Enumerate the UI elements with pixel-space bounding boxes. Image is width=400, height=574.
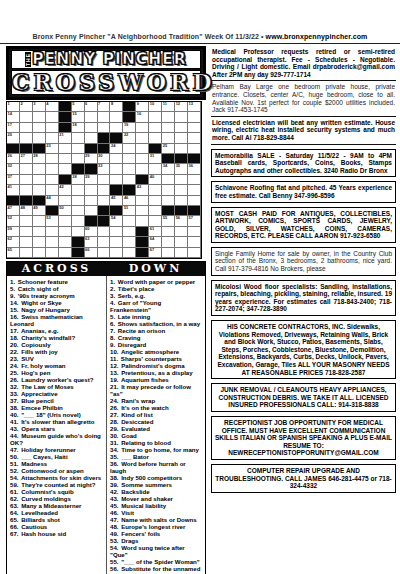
grid-cell[interactable] [175, 248, 188, 258]
grid-cell[interactable]: 22 [123, 133, 136, 143]
grid-cell[interactable]: 51 [123, 206, 136, 216]
masthead-subtitle-row: CROSSWORD [11, 70, 201, 95]
grid-cell[interactable] [175, 123, 188, 133]
grid-cell[interactable] [110, 248, 123, 258]
clue-number: 61. [10, 488, 18, 495]
grid-cell[interactable] [98, 227, 111, 237]
grid-cell[interactable]: 7 [98, 102, 111, 112]
grid-cell[interactable] [123, 248, 136, 258]
grid-cell[interactable] [33, 175, 46, 185]
cell-number: 2 [20, 102, 22, 106]
grid-cell[interactable] [162, 112, 175, 122]
grid-cell[interactable]: 29 [85, 154, 98, 164]
across-clue: 64. Levelheaded [10, 509, 104, 516]
down-clue: 19. Aquarium fishes [110, 376, 203, 383]
grid-cell[interactable] [175, 227, 188, 237]
across-clue: 50. ___ Cayes, Haiti [10, 453, 104, 460]
clue-number: 32. [10, 383, 18, 390]
clue-number: 37. [10, 397, 18, 404]
classified-ad: COMPUTER REPAIR UPGRADE AND TROUBLESHOOT… [211, 464, 396, 493]
classified-ads-column: Medical Professor requests retired or se… [211, 46, 396, 493]
down-clue: 10. Angelic atmosphere [110, 348, 203, 355]
grid-cell[interactable] [46, 175, 59, 185]
crossword-grid: 1234567891011121314151617181920212223242… [6, 101, 202, 259]
grid-cell[interactable] [98, 175, 111, 185]
grid-cell[interactable] [162, 123, 175, 133]
clue-number: 27. [110, 411, 118, 418]
grid-cell[interactable]: 13 [188, 102, 201, 112]
grid-cell[interactable] [20, 248, 33, 258]
clue-number: 26. [110, 404, 118, 411]
grid-cell[interactable] [110, 154, 123, 164]
across-clue: 32. The Law of Moses [10, 383, 104, 390]
cell-number: 9 [137, 102, 139, 106]
grid-cell[interactable] [33, 123, 46, 133]
grid-cell[interactable] [20, 133, 33, 143]
grid-cell[interactable] [33, 248, 46, 258]
clue-number: 63. [10, 502, 18, 509]
grid-cell[interactable] [46, 227, 59, 237]
grid-cell[interactable] [123, 175, 136, 185]
grid-cell[interactable] [149, 112, 162, 122]
grid-cell[interactable] [72, 144, 85, 154]
grid-cell[interactable] [149, 196, 162, 206]
clue-number: 18. [10, 334, 18, 341]
grid-cell[interactable]: 33 [98, 164, 111, 174]
grid-cell[interactable] [123, 216, 136, 226]
grid-cell[interactable] [59, 227, 72, 237]
masthead-the-label: THE [25, 52, 31, 67]
grid-cell[interactable]: 8 [110, 102, 123, 112]
cell-number: 53 [46, 216, 50, 220]
clue-number: 28. [110, 418, 118, 425]
grid-cell-black [72, 237, 85, 247]
grid-cell[interactable] [175, 237, 188, 247]
down-clue: 1. Word with paper or pepper [110, 278, 203, 285]
grid-cell[interactable] [59, 237, 72, 247]
grid-cell[interactable]: 28 [33, 154, 46, 164]
clue-number: 42. [110, 488, 118, 495]
cell-number: 1 [8, 102, 10, 106]
grid-cell[interactable] [136, 164, 149, 174]
grid-cell[interactable] [20, 175, 33, 185]
grid-cell[interactable] [162, 227, 175, 237]
grid-cell[interactable]: 6 [85, 102, 98, 112]
clue-number: 10. [110, 348, 118, 355]
grid-cell[interactable] [33, 216, 46, 226]
down-clue: 2. Tibet's place [110, 285, 203, 292]
cell-number: 59 [8, 227, 12, 231]
clue-number: 49. [110, 530, 118, 537]
masthead-subtitle: CROSSWORD [12, 69, 215, 95]
grid-cell[interactable]: 10 [149, 102, 162, 112]
clue-number: 39. [110, 481, 118, 488]
grid-cell[interactable] [20, 227, 33, 237]
grid-cell-black [98, 216, 111, 226]
grid-cell[interactable] [20, 112, 33, 122]
down-clue: 13. Pretentious, as a display [110, 369, 203, 376]
grid-cell[interactable]: 2 [20, 102, 33, 112]
grid-cell[interactable]: 43 [136, 185, 149, 195]
grid-cell[interactable] [136, 123, 149, 133]
cell-number: 6 [85, 102, 87, 106]
masthead-title: PENNY PINCHER [32, 51, 186, 68]
across-clue: 20. Copiously [10, 341, 104, 348]
grid-cell[interactable] [98, 237, 111, 247]
grid-cell[interactable]: 48 [20, 206, 33, 216]
clue-number: 1. [110, 278, 115, 285]
grid-cell[interactable]: 40 [149, 175, 162, 185]
grid-cell[interactable] [136, 154, 149, 164]
grid-cell[interactable] [46, 154, 59, 164]
grid-cell[interactable] [59, 164, 72, 174]
clue-number: 12. [110, 362, 118, 369]
grid-cell[interactable] [110, 123, 123, 133]
cell-number: 39 [85, 175, 89, 179]
clue-number: 29. [110, 425, 118, 432]
grid-cell[interactable]: 34 [162, 164, 175, 174]
grid-cell[interactable] [46, 248, 59, 258]
clue-number: 50. [10, 453, 18, 460]
grid-cell[interactable] [110, 237, 123, 247]
grid-cell[interactable]: 66 [85, 248, 98, 258]
grid-cell[interactable] [98, 185, 111, 195]
clue-number: 11. [110, 355, 118, 362]
grid-cell[interactable] [110, 112, 123, 122]
grid-cell-black [136, 237, 149, 247]
grid-cell[interactable] [136, 206, 149, 216]
grid-cell[interactable] [85, 112, 98, 122]
grid-cell[interactable]: 44 [46, 196, 59, 206]
down-clue: 48. Europe's longest river [110, 523, 203, 530]
grid-cell[interactable] [33, 185, 46, 195]
cell-number: 60 [85, 227, 89, 231]
classified-ad: Memorabilia SALE - Saturday 11/5/22 - 9A… [211, 149, 396, 178]
clue-number: 26. [10, 376, 18, 383]
grid-cell[interactable] [98, 123, 111, 133]
grid-cell[interactable]: 49 [33, 206, 46, 216]
cell-number: 52 [8, 216, 12, 220]
grid-cell[interactable] [188, 227, 201, 237]
down-clue: 9. Disregard [110, 341, 203, 348]
grid-cell[interactable] [162, 185, 175, 195]
grid-cell[interactable] [85, 196, 98, 206]
grid-cell[interactable]: 23 [46, 144, 59, 154]
grid-cell[interactable] [123, 164, 136, 174]
grid-cell[interactable]: 25 [162, 144, 175, 154]
clue-number: 20. [10, 341, 18, 348]
grid-cell[interactable]: 54 [110, 216, 123, 226]
grid-cell[interactable] [162, 248, 175, 258]
grid-cell[interactable] [149, 185, 162, 195]
grid-cell[interactable] [149, 123, 162, 133]
clue-number: 46. [110, 509, 118, 516]
cell-number: 30 [98, 154, 102, 158]
grid-cell[interactable] [98, 248, 111, 258]
grid-cell[interactable] [20, 164, 33, 174]
grid-cell[interactable] [85, 133, 98, 143]
grid-cell[interactable]: 3 [33, 102, 46, 112]
grid-cell[interactable] [85, 185, 98, 195]
cell-number: 11 [163, 102, 167, 106]
grid-cell[interactable] [72, 196, 85, 206]
grid-cell[interactable] [59, 144, 72, 154]
down-clue-list: 1. Word with paper or pepper2. Tibet's p… [106, 276, 205, 574]
cell-number: 46 [124, 196, 128, 200]
cell-number: 21 [59, 133, 63, 137]
down-clue: 56. Substitute for the unnamed [110, 565, 203, 572]
across-clue: 47. Holiday forerunner [10, 446, 104, 453]
clue-number: 8. [110, 334, 115, 341]
grid-cell[interactable] [123, 154, 136, 164]
grid-cell[interactable] [188, 196, 201, 206]
clue-number: 16. [10, 313, 18, 320]
grid-cell[interactable] [46, 112, 59, 122]
grid-cell[interactable] [72, 216, 85, 226]
cell-number: 50 [59, 206, 63, 210]
cell-number: 44 [46, 196, 50, 200]
cell-number: 47 [8, 206, 12, 210]
down-clue: 49. Fencers' foils [110, 530, 203, 537]
down-clue: 4. Garr of "Young Frankenstein" [110, 299, 203, 313]
grid-cell[interactable] [175, 144, 188, 154]
across-clue: 33. Appreciative [10, 390, 104, 397]
grid-cell[interactable] [72, 185, 85, 195]
grid-cell[interactable] [33, 237, 46, 247]
grid-cell[interactable] [136, 216, 149, 226]
cell-number: 43 [137, 185, 141, 189]
grid-cell[interactable]: 41 [7, 185, 20, 195]
cell-number: 32 [8, 164, 12, 168]
cell-number: 26 [8, 154, 12, 158]
clue-section-header: ACROSS DOWN [7, 262, 205, 276]
grid-cell[interactable]: 16 [136, 112, 149, 122]
grid-cell[interactable] [59, 154, 72, 164]
grid-cell[interactable] [46, 164, 59, 174]
down-clue: 30. Goad [110, 432, 203, 439]
cell-number: 15 [72, 112, 76, 116]
cell-number: 38 [72, 175, 76, 179]
grid-cell[interactable] [33, 112, 46, 122]
cell-number: 49 [33, 206, 37, 210]
cell-number: 5 [72, 102, 74, 106]
clue-number: 47. [10, 446, 18, 453]
down-clue: 12. Palindromist's dogma [110, 362, 203, 369]
across-clue: 67. Hash house sid [10, 530, 104, 537]
grid-cell[interactable] [175, 185, 188, 195]
grid-cell[interactable] [162, 196, 175, 206]
grid-cell[interactable]: 20 [7, 133, 20, 143]
down-clue: 5. Late inning [110, 313, 203, 320]
grid-cell[interactable] [59, 248, 72, 258]
clue-number: 5. [10, 285, 15, 292]
clue-number: 52. [10, 467, 18, 474]
grid-cell[interactable] [20, 123, 33, 133]
grid-cell[interactable] [110, 227, 123, 237]
grid-cell[interactable]: 55 [162, 216, 175, 226]
grid-cell[interactable] [175, 112, 188, 122]
cell-number: 19 [124, 123, 128, 127]
cell-number: 65 [8, 248, 12, 252]
grid-cell[interactable]: 67 [149, 248, 162, 258]
header-text: Bronx Penny Pincher "A Neighborhood Trad… [33, 33, 266, 40]
grid-cell[interactable] [136, 196, 149, 206]
down-heading: DOWN [106, 262, 205, 276]
grid-cell[interactable] [162, 237, 175, 247]
grid-cell[interactable] [20, 216, 33, 226]
cell-number: 62 [8, 237, 12, 241]
cell-number: 27 [20, 154, 24, 158]
grid-cell[interactable] [162, 175, 175, 185]
grid-cell[interactable]: 45 [110, 196, 123, 206]
cell-number: 13 [189, 102, 193, 106]
down-clue: 26. It's on the watch [110, 404, 203, 411]
clue-number: 9. [110, 341, 115, 348]
clue-number: 24. [110, 397, 118, 404]
clue-number: 33. [10, 390, 18, 397]
across-heading: ACROSS [7, 262, 106, 276]
cell-number: 10 [150, 102, 154, 106]
across-clue: 25. Hog's pen [10, 369, 104, 376]
across-clue: 17. Ananias, e.g. [10, 327, 104, 334]
grid-cell[interactable]: 35 [175, 164, 188, 174]
cell-number: 66 [85, 248, 89, 252]
grid-cell[interactable] [33, 133, 46, 143]
grid-cell[interactable] [33, 164, 46, 174]
grid-cell[interactable] [149, 133, 162, 143]
grid-cell[interactable]: 42 [59, 185, 72, 195]
clue-number: 13. [110, 369, 118, 376]
clue-number: 14. [10, 299, 18, 306]
grid-cell[interactable] [175, 175, 188, 185]
cell-number: 4 [46, 102, 48, 106]
grid-cell[interactable] [85, 206, 98, 216]
clue-number: 55. [110, 558, 118, 565]
across-clue: 63. Many a Mideasterner [10, 502, 104, 509]
clue-number: 34. [110, 446, 118, 453]
grid-cell[interactable]: 36 [188, 164, 201, 174]
grid-cell[interactable]: 24 [110, 144, 123, 154]
down-clue: 29. Evaluated [110, 425, 203, 432]
grid-cell[interactable] [110, 164, 123, 174]
grid-cell[interactable] [188, 237, 201, 247]
header-url: www.bronxpennypincher.com [266, 33, 368, 40]
cell-number: 25 [163, 144, 167, 148]
grid-cell[interactable]: 57 [188, 216, 201, 226]
crossword-masthead: THE PENNY PINCHER CROSSWORD [6, 46, 206, 100]
clue-number: 3. [110, 292, 115, 299]
down-clue: 6. Shows satisfaction, in a way [110, 320, 203, 327]
grid-cell[interactable] [136, 133, 149, 143]
grid-cell[interactable] [123, 144, 136, 154]
cell-number: 20 [8, 133, 12, 137]
grid-cell[interactable] [72, 154, 85, 164]
classified-ad: Single Family Home for sale by owner, in… [211, 247, 396, 276]
clue-number: 19. [110, 376, 118, 383]
grid-cell[interactable]: 39 [85, 175, 98, 185]
grid-cell[interactable] [46, 237, 59, 247]
grid-cell[interactable] [149, 206, 162, 216]
across-clue: 9. '90s treaty acronym [10, 292, 104, 299]
down-clue: 45. Musical liability [110, 502, 203, 509]
grid-cell-black [123, 102, 136, 112]
grid-cell[interactable] [110, 175, 123, 185]
grid-cell[interactable] [20, 237, 33, 247]
grid-cell[interactable]: 50 [59, 206, 72, 216]
grid-cell[interactable]: 38 [72, 175, 85, 185]
cell-number: 14 [8, 112, 12, 116]
grid-cell[interactable] [20, 185, 33, 195]
across-clue: 59. They're counted at night? [10, 481, 104, 488]
grid-cell[interactable] [188, 112, 201, 122]
grid-cell-black [59, 102, 72, 112]
down-clue: 42. Backslide [110, 488, 203, 495]
grid-cell[interactable]: 53 [46, 216, 59, 226]
grid-cell[interactable] [59, 216, 72, 226]
grid-cell[interactable] [123, 237, 136, 247]
grid-cell[interactable] [188, 185, 201, 195]
cell-number: 55 [163, 216, 167, 220]
cell-number: 36 [189, 164, 193, 168]
grid-cell[interactable] [46, 123, 59, 133]
clue-number: 5. [110, 313, 115, 320]
grid-cell[interactable] [188, 123, 201, 133]
down-clue: 46. Visit [110, 509, 203, 516]
cell-number: 3 [33, 102, 35, 106]
grid-cell[interactable]: 31 [149, 154, 162, 164]
grid-cell[interactable]: 65 [7, 248, 20, 258]
clue-number: 9. [10, 292, 15, 299]
down-clue: 31. Relating to blood [110, 439, 203, 446]
grid-cell[interactable] [123, 227, 136, 237]
grid-cell[interactable] [72, 133, 85, 143]
clue-number: 25. [10, 369, 18, 376]
clue-number: 48. [110, 523, 118, 530]
clue-number: 22. [10, 348, 18, 355]
across-clue: 26. Laundry worker's quest? [10, 376, 104, 383]
grid-cell[interactable] [98, 196, 111, 206]
grid-cell[interactable] [72, 227, 85, 237]
grid-cell[interactable]: 27 [20, 154, 33, 164]
grid-cell[interactable] [175, 133, 188, 143]
grid-cell[interactable] [188, 133, 201, 143]
grid-cell[interactable] [188, 144, 201, 154]
across-clue: 51. Madness [10, 460, 104, 467]
grid-cell[interactable]: 12 [175, 102, 188, 112]
grid-cell[interactable] [175, 196, 188, 206]
grid-cell[interactable] [188, 175, 201, 185]
grid-cell[interactable]: 56 [175, 216, 188, 226]
grid-cell[interactable]: 4 [46, 102, 59, 112]
clue-number: 36. [110, 460, 118, 467]
grid-cell[interactable] [136, 144, 149, 154]
grid-cell[interactable] [98, 112, 111, 122]
clue-number: 30. [110, 432, 118, 439]
grid-cell[interactable] [188, 248, 201, 258]
grid-cell[interactable] [85, 123, 98, 133]
classified-ad: HIS CONCRETE CONTRACTORS, INC. Sidewalks… [211, 320, 396, 379]
grid-cell[interactable] [72, 206, 85, 216]
grid-cell[interactable]: 21 [59, 133, 72, 143]
down-clue: 7. Recite an orison [110, 327, 203, 334]
clue-number: 21. [110, 383, 118, 390]
clue-number: 38. [110, 474, 118, 481]
across-clue: 44. Museum guide who's doing OK? [10, 432, 104, 446]
grid-cell[interactable]: 11 [162, 102, 175, 112]
grid-cell[interactable]: 18 [72, 123, 85, 133]
grid-cell[interactable] [33, 227, 46, 237]
across-clue-list: 1. Schooner feature5. Catch sight of9. '… [7, 276, 106, 574]
